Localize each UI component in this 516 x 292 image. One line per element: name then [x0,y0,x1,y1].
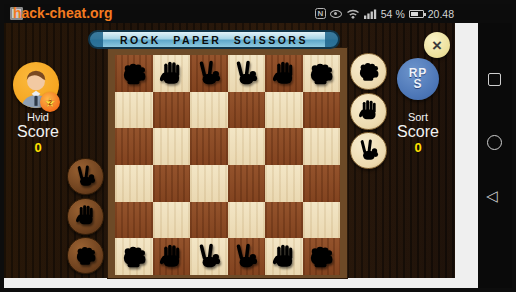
board-cell[interactable] [190,238,228,275]
piece-white-rock[interactable] [119,59,149,88]
title-banner: ROCK PAPER SCISSORS [88,30,340,49]
white-player-panel: Hvid Score 0 [0,111,76,155]
black-tray-paper-icon[interactable] [73,203,98,228]
board-cell[interactable] [153,202,191,239]
board-cell[interactable] [190,202,228,239]
board-cell[interactable] [190,92,228,129]
piece-white-scissors[interactable] [231,59,261,88]
board-cell[interactable] [115,92,153,129]
board-cell[interactable] [265,202,303,239]
board-cell[interactable] [303,92,341,129]
recents-button[interactable] [488,73,501,86]
piece-white-scissors[interactable] [194,59,224,88]
eye-icon [330,10,342,18]
piece-black-paper[interactable] [269,242,299,271]
battery-percent: 54 % [381,8,405,20]
board-cell[interactable] [303,55,341,92]
white-player-name: Hvid [0,111,76,123]
black-player-panel: Sort Score 0 [380,111,456,155]
piece-white-paper[interactable] [156,59,186,88]
white-tray-scissors-icon[interactable] [356,138,381,163]
board-cell[interactable] [265,238,303,275]
piece-white-paper[interactable] [269,59,299,88]
signal-strength-icon [364,8,377,19]
home-button[interactable] [487,135,502,150]
board-cell[interactable] [115,238,153,275]
letterbox-right [455,23,478,288]
board-cell[interactable] [115,128,153,165]
board-cell[interactable] [228,202,266,239]
board-cell[interactable] [265,165,303,202]
watermark: hack-cheat.org [10,5,113,21]
board-cell[interactable] [228,238,266,275]
back-button[interactable]: ◁ [486,188,498,203]
game-title: ROCK PAPER SCISSORS [120,34,308,46]
status-bar: hack-cheat.org N 54 % 20.48 [4,4,512,23]
board-frame [108,48,347,278]
white-score-label: Score [0,123,76,140]
piece-black-scissors[interactable] [231,242,261,271]
black-tray-scissors-icon[interactable] [73,164,98,189]
board-cell[interactable] [190,128,228,165]
piece-white-rock[interactable] [306,59,336,88]
board-cell[interactable] [228,165,266,202]
piece-black-rock[interactable] [119,242,149,271]
close-button[interactable]: × [424,32,450,58]
board-cell[interactable] [115,165,153,202]
battery-icon [409,10,424,18]
board-cell[interactable] [228,55,266,92]
level-number: 2 [48,99,52,106]
nfc-icon: N [315,8,326,19]
rps-logo: RP S [397,58,439,100]
board [115,55,340,275]
board-cell[interactable] [115,202,153,239]
level-badge: ★ 2 [40,92,60,112]
wifi-icon [346,8,360,19]
board-cell[interactable] [265,92,303,129]
board-cell[interactable] [303,202,341,239]
clock: 20.48 [428,8,454,20]
board-cell[interactable] [228,92,266,129]
white-tray-paper-icon[interactable] [356,98,381,123]
black-tray-disc-scissors[interactable] [67,158,104,195]
board-cell[interactable] [190,55,228,92]
piece-black-scissors[interactable] [194,242,224,271]
white-tray-rock-icon[interactable] [356,59,381,84]
board-cell[interactable] [115,55,153,92]
black-score-value: 0 [380,140,456,155]
board-cell[interactable] [153,55,191,92]
black-tray-disc-paper[interactable] [67,198,104,235]
white-tray-disc-rock[interactable] [350,53,387,90]
board-cell[interactable] [228,128,266,165]
screen: hack-cheat.org N 54 % 20.48 ◁ [0,0,516,292]
rps-logo-line2: S [413,79,422,90]
board-cell[interactable] [153,128,191,165]
board-cell[interactable] [265,55,303,92]
board-cell[interactable] [303,238,341,275]
board-cell[interactable] [303,128,341,165]
black-tray-rock-icon[interactable] [73,243,98,268]
piece-black-rock[interactable] [306,242,336,271]
letterbox-bottom [4,278,478,288]
white-score-value: 0 [0,140,76,155]
board-cell[interactable] [153,238,191,275]
board-cell[interactable] [190,165,228,202]
black-score-label: Score [380,123,456,140]
android-nav-bar: ◁ [478,23,512,288]
board-cell[interactable] [265,128,303,165]
board-cell[interactable] [153,92,191,129]
piece-black-paper[interactable] [156,242,186,271]
board-cell[interactable] [303,165,341,202]
watermark-text: hack-cheat.org [13,5,113,21]
black-tray-disc-rock[interactable] [67,237,104,274]
black-player-name: Sort [380,111,456,123]
black-piece-tray [67,158,104,274]
board-cell[interactable] [153,165,191,202]
